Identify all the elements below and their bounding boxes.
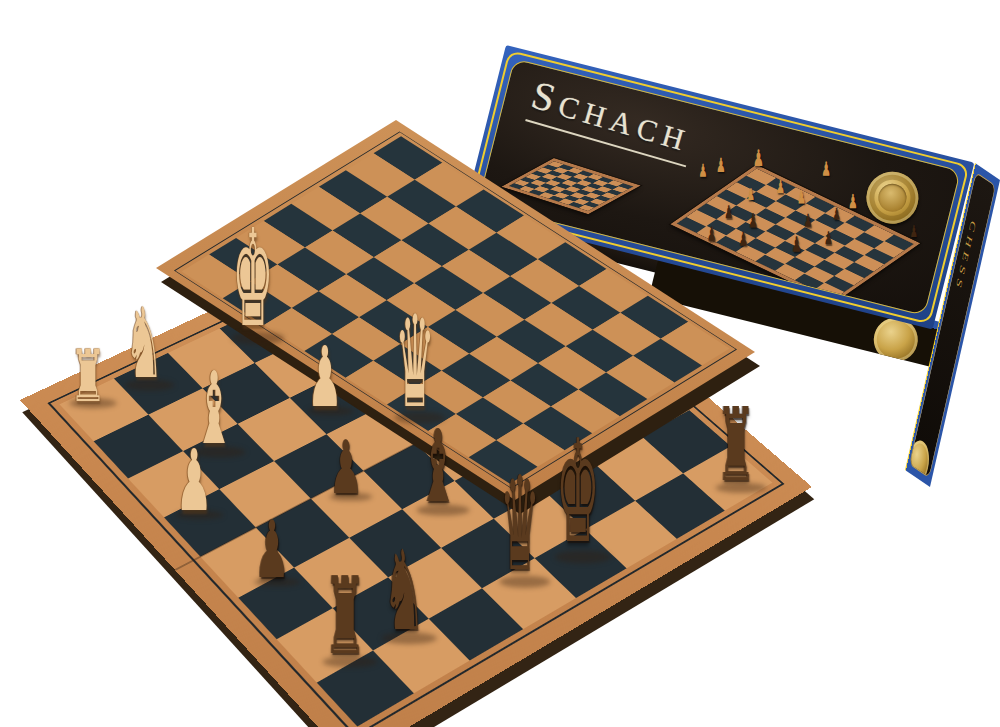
piece-black-knight-c2[interactable]: ♞ (383, 536, 426, 646)
piece-white-pawn-b6[interactable]: ♟ (175, 438, 212, 523)
piece-white-queen-e5[interactable]: ♛ (395, 299, 435, 426)
piece-layer: ♜♞♚♝♟♟♛♜♝♟♚♛♟♞♜ (0, 0, 1000, 727)
piece-black-king-e2[interactable]: ♚ (556, 423, 600, 565)
piece-black-pawn-c5[interactable]: ♟ (329, 432, 363, 506)
piece-white-king-d8[interactable]: ♚ (232, 212, 273, 346)
product-photo-chess-set: { "game": "chess", "scene": "Product pho… (0, 0, 1000, 727)
piece-black-rook-h1[interactable]: ♜ (716, 395, 756, 496)
piece-white-pawn-d6[interactable]: ♟ (307, 335, 343, 419)
piece-black-rook-b2[interactable]: ♜ (324, 564, 367, 670)
piece-white-rook-a8[interactable]: ♜ (70, 339, 107, 411)
piece-black-queen-d2[interactable]: ♛ (500, 460, 540, 590)
piece-black-bishop-d4[interactable]: ♝ (417, 418, 458, 518)
piece-white-knight-b8[interactable]: ♞ (125, 296, 164, 393)
piece-black-pawn-b4[interactable]: ♟ (254, 511, 290, 590)
